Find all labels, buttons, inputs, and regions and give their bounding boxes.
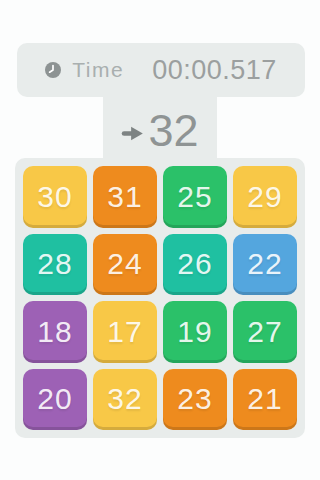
tile-number: 30 <box>37 180 72 214</box>
tile-number: 24 <box>107 247 142 281</box>
tile-number: 32 <box>107 382 142 416</box>
tile-number: 19 <box>177 315 212 349</box>
tile-27[interactable]: 27 <box>233 301 297 363</box>
tile-19[interactable]: 19 <box>163 301 227 363</box>
tile-number: 27 <box>247 315 282 349</box>
tile-28[interactable]: 28 <box>23 234 87 296</box>
tile-29[interactable]: 29 <box>233 166 297 228</box>
board: 30312529282426221817192720322321 <box>15 158 305 438</box>
timer-value: 00:00.517 <box>152 55 277 86</box>
tile-number: 17 <box>107 315 142 349</box>
tile-32[interactable]: 32 <box>93 369 157 431</box>
tile-24[interactable]: 24 <box>93 234 157 296</box>
tile-number: 20 <box>37 382 72 416</box>
tile-30[interactable]: 30 <box>23 166 87 228</box>
next-target-tab: 32 <box>103 96 217 159</box>
tile-number: 18 <box>37 315 72 349</box>
tile-25[interactable]: 25 <box>163 166 227 228</box>
tile-26[interactable]: 26 <box>163 234 227 296</box>
next-target-number: 32 <box>148 108 198 153</box>
tile-20[interactable]: 20 <box>23 369 87 431</box>
tile-18[interactable]: 18 <box>23 301 87 363</box>
tile-number: 28 <box>37 247 72 281</box>
tile-31[interactable]: 31 <box>93 166 157 228</box>
game-screen: Time 00:00.517 32 3031252928242622181719… <box>0 0 320 480</box>
tile-number: 21 <box>247 382 282 416</box>
tile-number: 25 <box>177 180 212 214</box>
time-bar: Time 00:00.517 <box>17 43 305 97</box>
tile-23[interactable]: 23 <box>163 369 227 431</box>
time-label: Time <box>72 58 124 82</box>
tile-number: 26 <box>177 247 212 281</box>
tile-number: 23 <box>177 382 212 416</box>
tile-number: 29 <box>247 180 282 214</box>
tile-number: 22 <box>247 247 282 281</box>
tile-17[interactable]: 17 <box>93 301 157 363</box>
tile-number: 31 <box>107 180 142 214</box>
tile-22[interactable]: 22 <box>233 234 297 296</box>
tile-21[interactable]: 21 <box>233 369 297 431</box>
clock-icon <box>45 62 61 78</box>
arrow-right-icon <box>121 126 144 141</box>
